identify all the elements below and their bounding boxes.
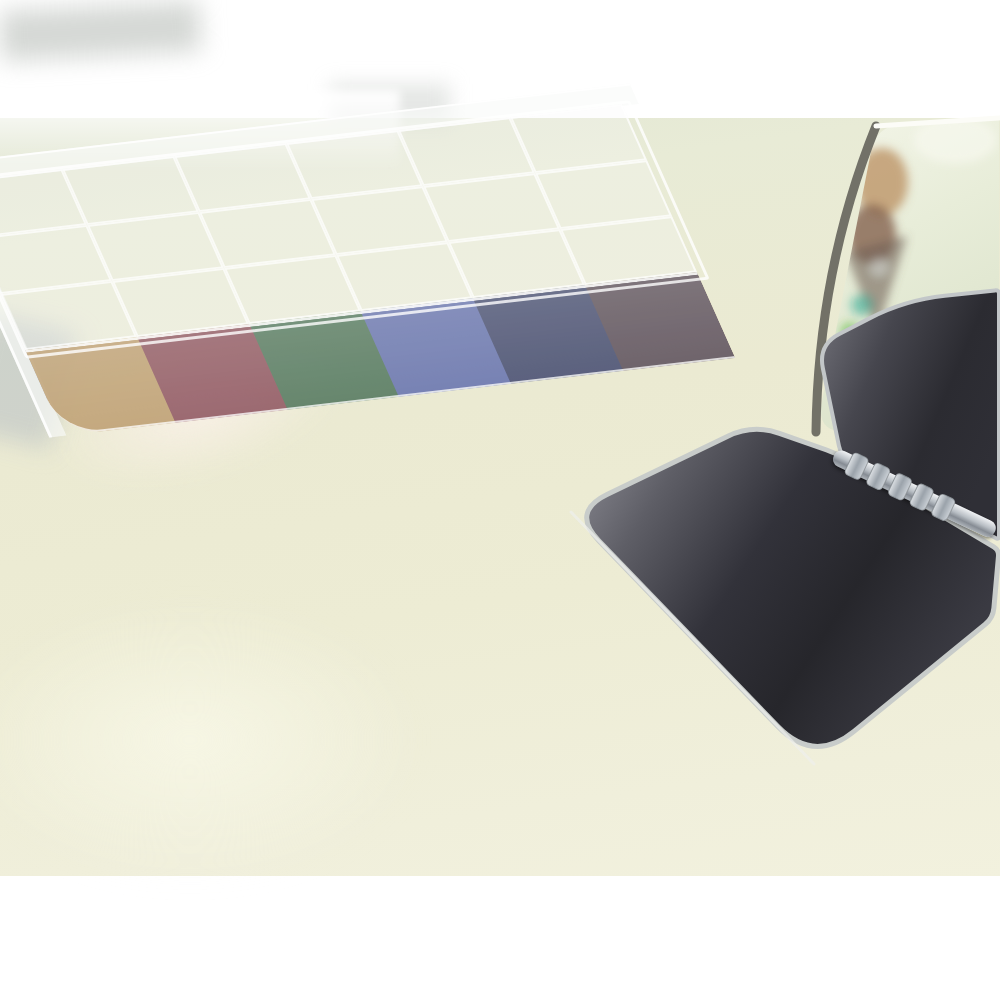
compact-mirror-svg xyxy=(0,0,1000,1000)
photo-scene xyxy=(0,0,1000,1000)
